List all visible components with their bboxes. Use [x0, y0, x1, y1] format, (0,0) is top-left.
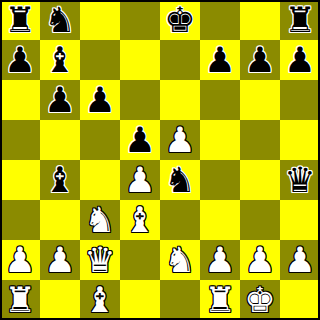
piece-white-queen[interactable]: ♛	[84, 240, 115, 280]
square-e6[interactable]	[160, 80, 200, 120]
square-h2[interactable]: ♟	[280, 240, 320, 280]
piece-white-pawn[interactable]: ♟	[244, 240, 275, 280]
square-d3[interactable]: ♝	[120, 200, 160, 240]
square-a6[interactable]	[0, 80, 40, 120]
square-h8[interactable]: ♜	[280, 0, 320, 40]
square-b4[interactable]: ♝	[40, 160, 80, 200]
square-h4[interactable]: ♛	[280, 160, 320, 200]
square-g8[interactable]	[240, 0, 280, 40]
piece-black-knight[interactable]: ♞	[44, 0, 75, 40]
square-h3[interactable]	[280, 200, 320, 240]
piece-white-bishop[interactable]: ♝	[84, 280, 115, 320]
square-a7[interactable]: ♟	[0, 40, 40, 80]
square-b3[interactable]	[40, 200, 80, 240]
piece-black-pawn[interactable]: ♟	[4, 40, 35, 80]
square-g2[interactable]: ♟	[240, 240, 280, 280]
square-d6[interactable]	[120, 80, 160, 120]
piece-white-pawn[interactable]: ♟	[204, 240, 235, 280]
square-a5[interactable]	[0, 120, 40, 160]
square-f6[interactable]	[200, 80, 240, 120]
square-g5[interactable]	[240, 120, 280, 160]
piece-white-king[interactable]: ♚	[244, 280, 275, 320]
square-e2[interactable]: ♞	[160, 240, 200, 280]
chess-board: ♜♞♚♜♟♝♟♟♟♟♟♟♟♝♟♞♛♞♝♟♟♛♞♟♟♟♜♝♜♚	[0, 0, 320, 320]
piece-white-rook[interactable]: ♜	[204, 280, 235, 320]
piece-white-pawn[interactable]: ♟	[164, 120, 195, 160]
square-a1[interactable]: ♜	[0, 280, 40, 320]
piece-black-knight[interactable]: ♞	[164, 160, 195, 200]
square-c4[interactable]	[80, 160, 120, 200]
square-g7[interactable]: ♟	[240, 40, 280, 80]
piece-white-pawn[interactable]: ♟	[44, 240, 75, 280]
square-c1[interactable]: ♝	[80, 280, 120, 320]
square-f8[interactable]	[200, 0, 240, 40]
piece-black-pawn[interactable]: ♟	[244, 40, 275, 80]
piece-black-bishop[interactable]: ♝	[44, 160, 75, 200]
square-d7[interactable]	[120, 40, 160, 80]
square-e7[interactable]	[160, 40, 200, 80]
piece-white-pawn[interactable]: ♟	[284, 240, 315, 280]
square-d4[interactable]: ♟	[120, 160, 160, 200]
square-c8[interactable]	[80, 0, 120, 40]
piece-black-rook[interactable]: ♜	[4, 0, 35, 40]
piece-black-queen[interactable]: ♛	[284, 160, 315, 200]
square-c2[interactable]: ♛	[80, 240, 120, 280]
square-b6[interactable]: ♟	[40, 80, 80, 120]
square-d1[interactable]	[120, 280, 160, 320]
square-h5[interactable]	[280, 120, 320, 160]
square-d2[interactable]	[120, 240, 160, 280]
square-e5[interactable]: ♟	[160, 120, 200, 160]
piece-white-rook[interactable]: ♜	[4, 280, 35, 320]
square-a3[interactable]	[0, 200, 40, 240]
square-g6[interactable]	[240, 80, 280, 120]
square-d8[interactable]	[120, 0, 160, 40]
square-f5[interactable]	[200, 120, 240, 160]
square-b8[interactable]: ♞	[40, 0, 80, 40]
piece-white-knight[interactable]: ♞	[164, 240, 195, 280]
square-e4[interactable]: ♞	[160, 160, 200, 200]
square-a2[interactable]: ♟	[0, 240, 40, 280]
piece-white-bishop[interactable]: ♝	[124, 200, 155, 240]
piece-white-pawn[interactable]: ♟	[124, 160, 155, 200]
square-c6[interactable]: ♟	[80, 80, 120, 120]
piece-black-pawn[interactable]: ♟	[44, 80, 75, 120]
square-f3[interactable]	[200, 200, 240, 240]
piece-black-pawn[interactable]: ♟	[84, 80, 115, 120]
square-h7[interactable]: ♟	[280, 40, 320, 80]
square-g3[interactable]	[240, 200, 280, 240]
square-h6[interactable]	[280, 80, 320, 120]
piece-white-knight[interactable]: ♞	[84, 200, 115, 240]
square-e3[interactable]	[160, 200, 200, 240]
square-a8[interactable]: ♜	[0, 0, 40, 40]
piece-black-pawn[interactable]: ♟	[284, 40, 315, 80]
square-h1[interactable]	[280, 280, 320, 320]
piece-black-bishop[interactable]: ♝	[44, 40, 75, 80]
square-d5[interactable]: ♟	[120, 120, 160, 160]
square-a4[interactable]	[0, 160, 40, 200]
square-b7[interactable]: ♝	[40, 40, 80, 80]
square-c5[interactable]	[80, 120, 120, 160]
piece-black-rook[interactable]: ♜	[284, 0, 315, 40]
square-b1[interactable]	[40, 280, 80, 320]
square-f4[interactable]	[200, 160, 240, 200]
square-f2[interactable]: ♟	[200, 240, 240, 280]
square-e8[interactable]: ♚	[160, 0, 200, 40]
square-f7[interactable]: ♟	[200, 40, 240, 80]
piece-black-pawn[interactable]: ♟	[204, 40, 235, 80]
piece-white-pawn[interactable]: ♟	[4, 240, 35, 280]
square-c7[interactable]	[80, 40, 120, 80]
square-e1[interactable]	[160, 280, 200, 320]
square-g4[interactable]	[240, 160, 280, 200]
square-b2[interactable]: ♟	[40, 240, 80, 280]
square-c3[interactable]: ♞	[80, 200, 120, 240]
square-b5[interactable]	[40, 120, 80, 160]
square-g1[interactable]: ♚	[240, 280, 280, 320]
piece-black-king[interactable]: ♚	[164, 0, 195, 40]
chess-board-container: ♜♞♚♜♟♝♟♟♟♟♟♟♟♝♟♞♛♞♝♟♟♛♞♟♟♟♜♝♜♚	[0, 0, 320, 320]
piece-black-pawn[interactable]: ♟	[124, 120, 155, 160]
square-f1[interactable]: ♜	[200, 280, 240, 320]
